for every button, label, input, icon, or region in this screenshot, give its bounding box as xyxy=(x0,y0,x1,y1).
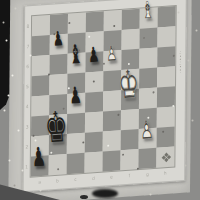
bishop-glyph: ♝ xyxy=(68,41,84,68)
pawn-outline-glyph: ♙ xyxy=(139,117,154,143)
pawn-glyph: ♟ xyxy=(52,29,64,49)
file-label-h: h xyxy=(164,171,167,176)
pawn-glyph: ♟ xyxy=(31,144,47,171)
background-blob xyxy=(92,189,118,198)
dust-specks-mat xyxy=(24,6,25,7)
rank-label-3: 3 xyxy=(26,124,29,129)
compass-rose-logo-icon: ❖ xyxy=(157,147,175,167)
file-label-d: d xyxy=(92,176,95,181)
file-label-b: b xyxy=(56,178,59,183)
board-photo: ♝♗♟♝♟♟♙♟♚♔♚♟♙♟ ❖ ·:•∙·:•∙· abcdefgh87654… xyxy=(0,0,200,200)
rank-label-8: 8 xyxy=(27,24,30,29)
dust-specks-background xyxy=(0,0,1,1)
rank-label-5: 5 xyxy=(26,84,29,89)
brand-text-vertical: ·:•∙·:•∙· xyxy=(176,51,182,104)
pawn-glyph: ♟ xyxy=(68,84,82,108)
rank-label-7: 7 xyxy=(26,44,29,49)
rank-label-4: 4 xyxy=(26,104,29,109)
rank-label-2: 2 xyxy=(25,144,28,149)
file-label-e: e xyxy=(110,174,113,179)
king-outline-glyph: ♔ xyxy=(117,65,140,105)
rank-label-6: 6 xyxy=(26,64,29,69)
file-label-c: c xyxy=(74,177,77,182)
king-glyph: ♚ xyxy=(44,106,69,149)
rank-label-1: 1 xyxy=(25,164,28,169)
file-label-f: f xyxy=(129,173,131,178)
file-label-a: a xyxy=(38,179,41,184)
bishop-outline-glyph: ♗ xyxy=(141,0,155,23)
chess-mat: ♝♗♟♝♟♟♙♟♚♔♚♟♙♟ ❖ ·:•∙·:•∙· abcdefgh87654… xyxy=(23,0,187,192)
background-blob-small xyxy=(80,195,88,199)
file-label-g: g xyxy=(146,172,149,177)
pawn-glyph: ♟ xyxy=(87,45,100,67)
